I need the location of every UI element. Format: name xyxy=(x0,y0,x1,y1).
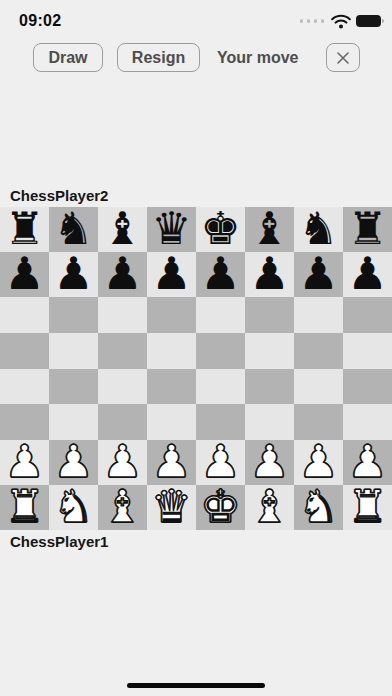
square-f5[interactable] xyxy=(245,333,294,369)
white-bishop-piece: ♝ xyxy=(102,484,142,529)
square-f1[interactable]: ♝ xyxy=(245,485,294,530)
square-g4[interactable] xyxy=(294,369,343,405)
black-rook-piece: ♜ xyxy=(4,206,44,251)
square-e7[interactable]: ♟ xyxy=(196,252,245,297)
square-h4[interactable] xyxy=(343,369,392,405)
signal-dot xyxy=(314,19,318,23)
square-e4[interactable] xyxy=(196,369,245,405)
square-g2[interactable]: ♟ xyxy=(294,440,343,485)
square-b1[interactable]: ♞ xyxy=(49,485,98,530)
black-pawn-piece: ♟ xyxy=(249,251,289,296)
square-b6[interactable] xyxy=(49,297,98,333)
signal-dot xyxy=(300,19,304,23)
square-d1[interactable]: ♛ xyxy=(147,485,196,530)
wifi-icon xyxy=(331,14,351,29)
black-bishop-piece: ♝ xyxy=(102,206,142,251)
black-pawn-piece: ♟ xyxy=(102,251,142,296)
white-pawn-piece: ♟ xyxy=(347,439,387,484)
white-pawn-piece: ♟ xyxy=(200,439,240,484)
square-a6[interactable] xyxy=(0,297,49,333)
square-a7[interactable]: ♟ xyxy=(0,252,49,297)
black-rook-piece: ♜ xyxy=(347,206,387,251)
square-b2[interactable]: ♟ xyxy=(49,440,98,485)
square-h5[interactable] xyxy=(343,333,392,369)
clock-time: 09:02 xyxy=(19,12,61,30)
white-pawn-piece: ♟ xyxy=(298,439,338,484)
square-g1[interactable]: ♞ xyxy=(294,485,343,530)
square-c5[interactable] xyxy=(98,333,147,369)
square-h1[interactable]: ♜ xyxy=(343,485,392,530)
square-g5[interactable] xyxy=(294,333,343,369)
white-knight-piece: ♞ xyxy=(298,484,338,529)
black-pawn-piece: ♟ xyxy=(298,251,338,296)
white-pawn-piece: ♟ xyxy=(53,439,93,484)
square-a1[interactable]: ♜ xyxy=(0,485,49,530)
player-name-label: ChessPlayer1 xyxy=(10,533,108,550)
white-pawn-piece: ♟ xyxy=(249,439,289,484)
square-c1[interactable]: ♝ xyxy=(98,485,147,530)
battery-body xyxy=(356,15,381,28)
chess-board: ♜♞♝♛♚♝♞♜♟♟♟♟♟♟♟♟♟♟♟♟♟♟♟♟♜♞♝♛♚♝♞♜ xyxy=(0,207,392,530)
square-a5[interactable] xyxy=(0,333,49,369)
square-b4[interactable] xyxy=(49,369,98,405)
square-c2[interactable]: ♟ xyxy=(98,440,147,485)
signal-dot xyxy=(307,19,311,23)
square-e8[interactable]: ♚ xyxy=(196,207,245,252)
white-rook-piece: ♜ xyxy=(4,484,44,529)
black-pawn-piece: ♟ xyxy=(347,251,387,296)
square-g7[interactable]: ♟ xyxy=(294,252,343,297)
square-c7[interactable]: ♟ xyxy=(98,252,147,297)
square-a8[interactable]: ♜ xyxy=(0,207,49,252)
square-d6[interactable] xyxy=(147,297,196,333)
square-c6[interactable] xyxy=(98,297,147,333)
square-e6[interactable] xyxy=(196,297,245,333)
square-d2[interactable]: ♟ xyxy=(147,440,196,485)
close-button[interactable] xyxy=(326,43,360,72)
square-b5[interactable] xyxy=(49,333,98,369)
square-c8[interactable]: ♝ xyxy=(98,207,147,252)
square-f7[interactable]: ♟ xyxy=(245,252,294,297)
square-e2[interactable]: ♟ xyxy=(196,440,245,485)
chess-app-screen: 09:02 Draw Resign Your move xyxy=(0,0,392,696)
square-f6[interactable] xyxy=(245,297,294,333)
white-pawn-piece: ♟ xyxy=(151,439,191,484)
status-icons xyxy=(300,13,385,29)
signal-dot xyxy=(321,19,325,23)
white-rook-piece: ♜ xyxy=(347,484,387,529)
square-g6[interactable] xyxy=(294,297,343,333)
white-pawn-piece: ♟ xyxy=(4,439,44,484)
white-knight-piece: ♞ xyxy=(53,484,93,529)
cellular-signal-icon xyxy=(300,19,325,23)
square-f8[interactable]: ♝ xyxy=(245,207,294,252)
square-d4[interactable] xyxy=(147,369,196,405)
square-b8[interactable]: ♞ xyxy=(49,207,98,252)
black-bishop-piece: ♝ xyxy=(249,206,289,251)
black-pawn-piece: ♟ xyxy=(53,251,93,296)
turn-status-text: Your move xyxy=(217,43,299,72)
square-h6[interactable] xyxy=(343,297,392,333)
white-queen-piece: ♛ xyxy=(151,484,191,529)
square-f4[interactable] xyxy=(245,369,294,405)
close-icon xyxy=(335,50,351,66)
square-h2[interactable]: ♟ xyxy=(343,440,392,485)
black-knight-piece: ♞ xyxy=(298,206,338,251)
home-indicator[interactable] xyxy=(127,683,265,688)
white-bishop-piece: ♝ xyxy=(249,484,289,529)
black-pawn-piece: ♟ xyxy=(4,251,44,296)
square-d5[interactable] xyxy=(147,333,196,369)
action-bar: Draw Resign Your move xyxy=(0,43,392,73)
square-b7[interactable]: ♟ xyxy=(49,252,98,297)
square-a4[interactable] xyxy=(0,369,49,405)
white-king-piece: ♚ xyxy=(200,484,240,529)
black-pawn-piece: ♟ xyxy=(200,251,240,296)
square-f2[interactable]: ♟ xyxy=(245,440,294,485)
square-g8[interactable]: ♞ xyxy=(294,207,343,252)
black-pawn-piece: ♟ xyxy=(151,251,191,296)
battery-nub xyxy=(382,19,384,24)
square-h8[interactable]: ♜ xyxy=(343,207,392,252)
square-e5[interactable] xyxy=(196,333,245,369)
white-pawn-piece: ♟ xyxy=(102,439,142,484)
black-queen-piece: ♛ xyxy=(151,206,191,251)
square-c4[interactable] xyxy=(98,369,147,405)
battery-icon xyxy=(356,15,384,28)
resign-button[interactable]: Resign xyxy=(117,43,200,72)
black-knight-piece: ♞ xyxy=(53,206,93,251)
black-king-piece: ♚ xyxy=(200,206,240,251)
square-e1[interactable]: ♚ xyxy=(196,485,245,530)
square-d7[interactable]: ♟ xyxy=(147,252,196,297)
square-a2[interactable]: ♟ xyxy=(0,440,49,485)
square-d8[interactable]: ♛ xyxy=(147,207,196,252)
draw-button[interactable]: Draw xyxy=(33,43,103,72)
square-h7[interactable]: ♟ xyxy=(343,252,392,297)
